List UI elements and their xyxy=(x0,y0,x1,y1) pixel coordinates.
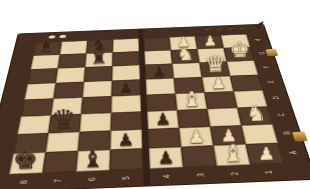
black-pawn[interactable]: ♟ xyxy=(147,111,179,128)
square-a7[interactable] xyxy=(43,151,78,173)
square-a3[interactable] xyxy=(181,146,217,168)
square-e7[interactable] xyxy=(53,82,83,99)
square-f3[interactable] xyxy=(172,63,202,79)
black-king[interactable]: ♚ xyxy=(8,147,43,174)
black-pawn[interactable]: ♟ xyxy=(111,80,141,96)
white-pawn[interactable]: ♟ xyxy=(197,34,224,49)
photo-background: ♜♞♟♟♜♞♚♟♛♟♟♝♛♟♞♟♟♟♚♝♟♝♟ 87654321 HGFEDCB… xyxy=(0,0,310,189)
square-g7[interactable] xyxy=(58,54,86,69)
square-f6[interactable] xyxy=(84,66,113,82)
captured-black-pawn[interactable] xyxy=(216,28,224,32)
square-a6[interactable]: ♝ xyxy=(76,150,110,172)
black-pawn[interactable]: ♟ xyxy=(145,63,174,79)
square-c5[interactable] xyxy=(111,112,142,131)
file-label-G: G xyxy=(248,48,278,59)
square-a2[interactable]: ♝ xyxy=(213,144,250,166)
board-perspective-wrapper: ♜♞♟♟♜♞♚♟♛♟♟♝♛♟♞♟♟♟♚♝♟♝♟ 87654321 HGFEDCB… xyxy=(0,0,290,189)
square-e2[interactable]: ♟ xyxy=(202,76,234,93)
white-pawn[interactable]: ♟ xyxy=(180,128,213,146)
square-h8[interactable]: ♜ xyxy=(33,42,61,56)
white-knight[interactable]: ♞ xyxy=(240,103,272,125)
board-tilt-wrapper: ♜♞♟♟♜♞♚♟♛♟♟♝♛♟♞♟♟♟♚♝♟♝♟ 87654321 HGFEDCB… xyxy=(0,0,290,189)
square-f8[interactable] xyxy=(28,68,58,84)
square-e6[interactable] xyxy=(83,81,112,98)
black-pawn[interactable]: ♟ xyxy=(149,149,183,168)
rank-label-4: 4 xyxy=(153,165,181,188)
black-queen[interactable]: ♛ xyxy=(48,107,80,133)
captured-black-pawn[interactable] xyxy=(240,27,248,31)
captured-white-pawn[interactable] xyxy=(59,35,66,39)
square-c1[interactable]: ♞ xyxy=(237,107,272,126)
square-f7[interactable] xyxy=(56,67,85,83)
black-pawn[interactable]: ♟ xyxy=(110,131,143,149)
file-label-F: F xyxy=(251,61,282,73)
square-a5[interactable] xyxy=(110,148,144,170)
file-label-E: E xyxy=(255,76,287,89)
rank-label-5: 5 xyxy=(113,167,140,189)
square-g5[interactable] xyxy=(112,51,139,66)
black-rook[interactable]: ♜ xyxy=(33,38,60,55)
square-g6[interactable]: ♜ xyxy=(85,52,113,67)
white-pawn[interactable]: ♟ xyxy=(249,145,283,164)
square-c7[interactable]: ♛ xyxy=(48,114,81,133)
square-h7[interactable] xyxy=(60,41,88,55)
square-c8[interactable] xyxy=(17,115,51,134)
white-pawn[interactable]: ♟ xyxy=(204,76,234,92)
square-b4[interactable] xyxy=(148,128,181,148)
captured-black-piece-leaning[interactable]: ♟ xyxy=(251,18,268,33)
square-b5[interactable]: ♟ xyxy=(110,129,142,149)
chess-board: ♜♞♟♟♜♞♚♟♛♟♟♝♛♟♞♟♟♟♚♝♟♝♟ 87654321 HGFEDCB… xyxy=(0,24,310,189)
square-d5[interactable] xyxy=(111,95,141,113)
square-g3[interactable]: ♞ xyxy=(171,49,200,64)
square-c2[interactable] xyxy=(207,108,241,127)
square-b3[interactable]: ♟ xyxy=(179,127,213,147)
rank-label-8: 8 xyxy=(9,171,39,189)
square-g8[interactable] xyxy=(31,55,60,70)
square-a4[interactable]: ♟ xyxy=(149,147,183,169)
white-bishop[interactable]: ♝ xyxy=(216,141,250,165)
square-e4[interactable] xyxy=(146,78,176,95)
square-c4[interactable]: ♟ xyxy=(147,110,179,129)
square-f4[interactable]: ♟ xyxy=(145,64,174,80)
square-h2[interactable]: ♟ xyxy=(195,35,224,49)
square-d6[interactable] xyxy=(81,96,112,114)
square-d3[interactable]: ♝ xyxy=(175,93,207,111)
square-e5[interactable]: ♟ xyxy=(112,80,141,97)
square-d2[interactable] xyxy=(204,91,237,109)
rank-label-3: 3 xyxy=(187,164,216,187)
square-a8[interactable]: ♚ xyxy=(9,152,46,174)
white-queen[interactable]: ♛ xyxy=(201,53,230,76)
square-c6[interactable] xyxy=(80,113,112,132)
square-h4[interactable] xyxy=(144,37,171,51)
rank-label-2: 2 xyxy=(220,162,251,185)
square-h5[interactable] xyxy=(113,39,139,53)
captured-black-pawn[interactable] xyxy=(228,28,236,32)
square-a1[interactable]: ♟ xyxy=(246,143,284,165)
square-e8[interactable] xyxy=(24,83,55,100)
square-c3[interactable] xyxy=(177,109,210,128)
black-rook[interactable]: ♜ xyxy=(84,49,112,67)
white-knight[interactable]: ♞ xyxy=(171,44,199,63)
white-bishop[interactable]: ♝ xyxy=(176,88,207,110)
black-bishop[interactable]: ♝ xyxy=(75,146,109,170)
rank-label-7: 7 xyxy=(44,169,73,189)
rank-label-1: 1 xyxy=(254,161,286,184)
file-label-H: H xyxy=(244,35,273,46)
